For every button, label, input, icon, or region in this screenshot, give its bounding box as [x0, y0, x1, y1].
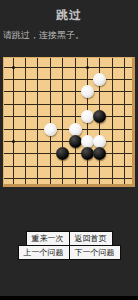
black-stone [81, 147, 94, 160]
board-grid-line [4, 79, 132, 80]
retry-button[interactable]: 重来一次 [26, 231, 70, 246]
button-row-bottom: 上一个问题 下一个问题 [18, 245, 121, 260]
go-board[interactable] [3, 57, 135, 187]
button-panel: 重来一次 返回首页 上一个问题 下一个问题 [0, 231, 138, 260]
star-point [12, 66, 15, 69]
board-grid-line [4, 166, 132, 167]
puzzle-instruction: 请跳过，连接黑子。 [3, 29, 135, 42]
white-stone [93, 135, 106, 148]
white-stone [44, 123, 57, 136]
board-grid-line [4, 104, 132, 105]
next-problem-button[interactable]: 下一个问题 [69, 245, 121, 260]
white-stone [81, 110, 94, 123]
white-stone [81, 85, 94, 98]
board-grid-line [4, 91, 132, 92]
white-stone [93, 73, 106, 86]
star-point [86, 66, 89, 69]
white-stone [81, 135, 94, 148]
puzzle-title: 跳过 [0, 0, 138, 24]
star-point [12, 140, 15, 143]
button-row-top: 重来一次 返回首页 [26, 231, 113, 246]
prev-problem-button[interactable]: 上一个问题 [18, 245, 70, 260]
board-grid [4, 58, 132, 184]
black-stone [93, 110, 106, 123]
board-grid-line [4, 67, 132, 68]
white-stone [69, 123, 82, 136]
bottom-bar [0, 296, 138, 300]
black-stone [56, 147, 69, 160]
black-stone [69, 135, 82, 148]
home-button[interactable]: 返回首页 [69, 231, 113, 246]
board-grid-line [4, 178, 132, 179]
board-grid-line [4, 116, 132, 117]
black-stone [93, 147, 106, 160]
